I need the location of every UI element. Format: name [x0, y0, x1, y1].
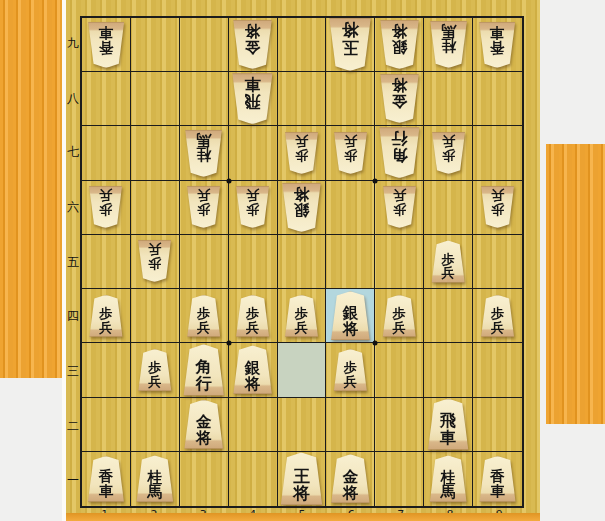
square-4三[interactable]: 銀将	[229, 343, 278, 397]
shogi-piece-香車-gote[interactable]: 香車	[87, 456, 125, 502]
shogi-piece-歩兵-sente-rotated[interactable]: 歩兵	[382, 186, 417, 228]
piece-kanji: 兵	[197, 321, 210, 335]
piece-kanji: 将	[245, 376, 261, 392]
piece-kanji: 馬	[196, 132, 211, 147]
shogi-piece-歩兵-sente-rotated[interactable]: 歩兵	[235, 186, 270, 228]
square-8九[interactable]: 桂馬	[424, 18, 473, 72]
piece-face: 歩兵	[480, 295, 515, 337]
piece-face: 歩兵	[137, 349, 172, 391]
piece-kanji: 飛	[245, 93, 261, 110]
square-1九[interactable]: 香車	[82, 18, 131, 72]
square-7九[interactable]: 銀将	[375, 18, 424, 72]
piece-kanji: 兵	[393, 321, 406, 335]
piece-face: 歩兵	[88, 295, 123, 337]
shogi-piece-歩兵-sente-rotated[interactable]: 歩兵	[284, 132, 319, 174]
shogi-piece-歩兵-gote[interactable]: 歩兵	[235, 295, 270, 337]
piece-kanji: 兵	[442, 266, 455, 280]
piece-kanji: 香	[490, 469, 504, 484]
piece-kanji: 歩	[393, 202, 406, 216]
left-wood-panel	[0, 0, 62, 378]
square-8三[interactable]	[424, 343, 473, 397]
piece-face: 角行	[182, 344, 225, 395]
shogi-piece-金将-gote[interactable]: 金将	[330, 454, 371, 503]
shogi-piece-銀将-sente-rotated[interactable]: 銀将	[281, 183, 322, 232]
piece-kanji: 兵	[148, 375, 161, 389]
piece-kanji: 歩	[491, 307, 504, 321]
piece-kanji: 角	[391, 147, 407, 164]
square-9六[interactable]: 歩兵	[473, 181, 522, 235]
piece-kanji: 兵	[99, 321, 112, 335]
piece-kanji: 歩	[295, 148, 308, 162]
piece-kanji: 将	[245, 23, 261, 39]
square-5三[interactable]	[278, 343, 327, 397]
piece-kanji: 兵	[295, 321, 308, 335]
piece-face: 歩兵	[480, 186, 515, 228]
piece-face: 飛車	[231, 73, 274, 124]
square-5四[interactable]: 歩兵	[278, 289, 327, 343]
piece-face: 歩兵	[284, 295, 319, 337]
shogi-piece-歩兵-gote[interactable]: 歩兵	[333, 349, 368, 391]
square-4六[interactable]: 歩兵	[229, 181, 278, 235]
piece-face: 歩兵	[284, 132, 319, 174]
piece-kanji: 銀	[245, 360, 261, 376]
piece-kanji: 車	[99, 484, 113, 499]
piece-kanji: 将	[196, 430, 212, 446]
shogi-piece-歩兵-sente-rotated[interactable]: 歩兵	[480, 186, 515, 228]
square-9四[interactable]: 歩兵	[473, 289, 522, 343]
square-4五[interactable]	[229, 235, 278, 289]
square-9七[interactable]	[473, 126, 522, 180]
rank-label-八: 八	[66, 71, 80, 126]
hoshi-dot	[373, 341, 378, 346]
piece-face: 歩兵	[235, 295, 270, 337]
piece-kanji: 車	[245, 76, 261, 93]
rank-label-四: 四	[66, 289, 80, 344]
square-3六[interactable]: 歩兵	[180, 181, 229, 235]
piece-kanji: 銀	[343, 305, 359, 321]
piece-face: 香車	[478, 456, 516, 502]
square-4二[interactable]	[229, 398, 278, 452]
piece-face: 歩兵	[333, 132, 368, 174]
piece-kanji: 馬	[441, 484, 456, 499]
piece-kanji: 兵	[344, 375, 357, 389]
square-7八[interactable]: 金将	[375, 72, 424, 126]
square-9三[interactable]	[473, 343, 522, 397]
square-7六[interactable]: 歩兵	[375, 181, 424, 235]
square-2七[interactable]	[131, 126, 180, 180]
right-wood-panel	[546, 144, 605, 424]
square-2八[interactable]	[131, 72, 180, 126]
shogi-piece-歩兵-sente-rotated[interactable]: 歩兵	[186, 186, 221, 228]
shogi-piece-角行-gote[interactable]: 角行	[182, 344, 225, 395]
shogi-board-widget: 九八七六五四三二一 香車金将玉将銀将桂馬香車飛車金将桂馬歩兵歩兵角行歩兵歩兵歩兵…	[62, 0, 540, 521]
square-7四[interactable]: 歩兵	[375, 289, 424, 343]
piece-kanji: 桂	[147, 469, 162, 484]
shogi-piece-銀将-sente-rotated[interactable]: 銀将	[379, 20, 420, 69]
square-5二[interactable]	[278, 398, 327, 452]
piece-kanji: 玉	[342, 38, 359, 55]
shogi-piece-香車-gote[interactable]: 香車	[478, 456, 516, 502]
piece-kanji: 金	[196, 414, 212, 430]
piece-kanji: 銀	[392, 39, 408, 55]
shogi-piece-銀将-gote[interactable]: 銀将	[330, 291, 371, 340]
piece-kanji: 歩	[197, 202, 210, 216]
piece-face: 銀将	[379, 20, 420, 69]
piece-kanji: 歩	[442, 253, 455, 267]
square-6六[interactable]	[326, 181, 375, 235]
piece-kanji: 将	[392, 23, 408, 39]
square-8六[interactable]	[424, 181, 473, 235]
piece-kanji: 歩	[197, 307, 210, 321]
square-9二[interactable]	[473, 398, 522, 452]
piece-face: 飛車	[427, 399, 470, 450]
piece-face: 歩兵	[186, 186, 221, 228]
piece-face: 桂馬	[184, 130, 223, 177]
piece-kanji: 歩	[344, 148, 357, 162]
square-4四[interactable]: 歩兵	[229, 289, 278, 343]
square-3一[interactable]	[180, 452, 229, 506]
square-8二[interactable]: 飛車	[424, 398, 473, 452]
piece-kanji: 兵	[246, 189, 259, 203]
hoshi-dot	[226, 178, 231, 183]
piece-kanji: 歩	[148, 361, 161, 375]
square-6三[interactable]: 歩兵	[326, 343, 375, 397]
piece-kanji: 兵	[148, 243, 161, 257]
square-1五[interactable]	[82, 235, 131, 289]
shogi-piece-歩兵-sente-rotated[interactable]: 歩兵	[137, 240, 172, 282]
shogi-piece-飛車-gote[interactable]: 飛車	[427, 399, 470, 450]
square-1一[interactable]: 香車	[82, 452, 131, 506]
piece-kanji: 歩	[246, 307, 259, 321]
square-7二[interactable]	[375, 398, 424, 452]
shogi-piece-銀将-gote[interactable]: 銀将	[232, 345, 273, 394]
square-1七[interactable]	[82, 126, 131, 180]
square-2四[interactable]	[131, 289, 180, 343]
piece-face: 歩兵	[431, 132, 466, 174]
square-8一[interactable]: 桂馬	[424, 452, 473, 506]
square-1六[interactable]: 歩兵	[82, 181, 131, 235]
square-9五[interactable]	[473, 235, 522, 289]
piece-kanji: 将	[342, 21, 359, 38]
square-3五[interactable]	[180, 235, 229, 289]
square-5八[interactable]	[278, 72, 327, 126]
square-6四[interactable]: 銀将	[326, 289, 375, 343]
board-grid[interactable]: 香車金将玉将銀将桂馬香車飛車金将桂馬歩兵歩兵角行歩兵歩兵歩兵歩兵銀将歩兵歩兵歩兵…	[80, 16, 524, 508]
piece-kanji: 歩	[246, 202, 259, 216]
piece-face: 香車	[87, 22, 125, 68]
square-6一[interactable]: 金将	[326, 452, 375, 506]
piece-kanji: 歩	[99, 307, 112, 321]
piece-kanji: 金	[392, 93, 408, 109]
piece-kanji: 兵	[344, 134, 357, 148]
piece-face: 歩兵	[88, 186, 123, 228]
square-3二[interactable]: 金将	[180, 398, 229, 452]
shogi-piece-桂馬-gote[interactable]: 桂馬	[135, 455, 174, 502]
piece-face: 歩兵	[235, 186, 270, 228]
piece-kanji: 将	[294, 185, 310, 201]
piece-face: 歩兵	[333, 349, 368, 391]
square-5六[interactable]: 銀将	[278, 181, 327, 235]
piece-kanji: 歩	[344, 361, 357, 375]
shogi-piece-歩兵-gote[interactable]: 歩兵	[431, 240, 466, 282]
piece-face: 香車	[87, 456, 125, 502]
rank-label-一: 一	[66, 453, 80, 508]
square-5五[interactable]	[278, 235, 327, 289]
square-1四[interactable]: 歩兵	[82, 289, 131, 343]
piece-kanji: 歩	[148, 257, 161, 271]
square-2三[interactable]: 歩兵	[131, 343, 180, 397]
piece-face: 桂馬	[429, 21, 468, 68]
piece-face: 香車	[478, 22, 516, 68]
shogi-piece-桂馬-gote[interactable]: 桂馬	[429, 455, 468, 502]
piece-kanji: 将	[293, 485, 310, 502]
square-5七[interactable]: 歩兵	[278, 126, 327, 180]
square-5一[interactable]: 王将	[278, 452, 327, 506]
shogi-piece-桂馬-sente-rotated[interactable]: 桂馬	[184, 130, 223, 177]
shogi-piece-金将-gote[interactable]: 金将	[183, 400, 224, 449]
square-5九[interactable]	[278, 18, 327, 72]
square-9八[interactable]	[473, 72, 522, 126]
piece-face: 歩兵	[186, 295, 221, 337]
square-4九[interactable]: 金将	[229, 18, 278, 72]
shogi-piece-玉将-sente-rotated[interactable]: 玉将	[328, 18, 372, 71]
piece-kanji: 車	[490, 24, 504, 39]
square-4七[interactable]	[229, 126, 278, 180]
shogi-piece-歩兵-gote[interactable]: 歩兵	[137, 349, 172, 391]
rank-labels: 九八七六五四三二一	[66, 16, 80, 508]
shogi-piece-香車-sente-rotated[interactable]: 香車	[478, 22, 516, 68]
piece-face: 銀将	[232, 345, 273, 394]
piece-face: 金将	[183, 400, 224, 449]
square-9九[interactable]: 香車	[473, 18, 522, 72]
square-3三[interactable]: 角行	[180, 343, 229, 397]
piece-kanji: 兵	[197, 189, 210, 203]
square-3七[interactable]: 桂馬	[180, 126, 229, 180]
piece-kanji: 歩	[393, 307, 406, 321]
piece-kanji: 歩	[442, 148, 455, 162]
piece-face: 歩兵	[431, 240, 466, 282]
piece-kanji: 車	[99, 24, 113, 39]
piece-kanji: 兵	[393, 189, 406, 203]
piece-kanji: 歩	[295, 307, 308, 321]
square-7三[interactable]	[375, 343, 424, 397]
square-2二[interactable]	[131, 398, 180, 452]
square-6七[interactable]: 歩兵	[326, 126, 375, 180]
square-2九[interactable]	[131, 18, 180, 72]
shogi-piece-金将-sente-rotated[interactable]: 金将	[232, 20, 273, 69]
square-2五[interactable]: 歩兵	[131, 235, 180, 289]
shogi-piece-金将-sente-rotated[interactable]: 金将	[379, 74, 420, 123]
piece-kanji: 車	[440, 430, 456, 447]
shogi-piece-香車-sente-rotated[interactable]: 香車	[87, 22, 125, 68]
piece-face: 金将	[379, 74, 420, 123]
square-4一[interactable]	[229, 452, 278, 506]
square-1三[interactable]	[82, 343, 131, 397]
square-2六[interactable]	[131, 181, 180, 235]
shogi-piece-歩兵-gote[interactable]: 歩兵	[480, 295, 515, 337]
piece-kanji: 金	[245, 39, 261, 55]
piece-face: 角行	[378, 127, 421, 178]
square-2一[interactable]: 桂馬	[131, 452, 180, 506]
square-8四[interactable]	[424, 289, 473, 343]
piece-kanji: 香	[99, 469, 113, 484]
shogi-piece-歩兵-sente-rotated[interactable]: 歩兵	[333, 132, 368, 174]
square-3四[interactable]: 歩兵	[180, 289, 229, 343]
piece-kanji: 桂	[196, 148, 211, 163]
shogi-piece-歩兵-gote[interactable]: 歩兵	[382, 295, 417, 337]
piece-kanji: 桂	[441, 469, 456, 484]
piece-kanji: 兵	[295, 134, 308, 148]
piece-kanji: 歩	[491, 202, 504, 216]
piece-kanji: 馬	[147, 484, 162, 499]
board-bottom-edge	[66, 513, 540, 521]
rank-label-六: 六	[66, 180, 80, 235]
piece-face: 金将	[232, 20, 273, 69]
rank-label-九: 九	[66, 16, 80, 71]
rank-label-五: 五	[66, 235, 80, 290]
rank-label-七: 七	[66, 125, 80, 180]
square-1八[interactable]	[82, 72, 131, 126]
square-8七[interactable]: 歩兵	[424, 126, 473, 180]
piece-face: 金将	[330, 454, 371, 503]
piece-kanji: 兵	[491, 189, 504, 203]
square-6五[interactable]	[326, 235, 375, 289]
square-7一[interactable]	[375, 452, 424, 506]
shogi-piece-歩兵-gote[interactable]: 歩兵	[284, 295, 319, 337]
piece-kanji: 桂	[441, 39, 456, 54]
square-3九[interactable]	[180, 18, 229, 72]
shogi-piece-歩兵-sente-rotated[interactable]: 歩兵	[431, 132, 466, 174]
rank-label-二: 二	[66, 399, 80, 454]
shogi-piece-飛車-sente-rotated[interactable]: 飛車	[231, 73, 274, 124]
piece-face: 銀将	[330, 291, 371, 340]
piece-kanji: 兵	[99, 189, 112, 203]
square-3八[interactable]	[180, 72, 229, 126]
square-4八[interactable]: 飛車	[229, 72, 278, 126]
shogi-piece-歩兵-gote[interactable]: 歩兵	[88, 295, 123, 337]
piece-kanji: 兵	[491, 321, 504, 335]
piece-kanji: 兵	[442, 134, 455, 148]
piece-kanji: 歩	[99, 202, 112, 216]
piece-face: 桂馬	[429, 455, 468, 502]
piece-face: 銀将	[281, 183, 322, 232]
square-6九[interactable]: 玉将	[326, 18, 375, 72]
piece-kanji: 将	[392, 77, 408, 93]
piece-kanji: 将	[343, 485, 359, 501]
piece-kanji: 香	[99, 39, 113, 54]
piece-face: 王将	[279, 452, 323, 505]
piece-face: 桂馬	[135, 455, 174, 502]
piece-face: 玉将	[328, 18, 372, 71]
piece-kanji: 将	[343, 321, 359, 337]
rank-label-三: 三	[66, 344, 80, 399]
square-1二[interactable]	[82, 398, 131, 452]
piece-kanji: 行	[196, 376, 212, 393]
piece-kanji: 金	[343, 469, 359, 485]
shogi-piece-王将-gote[interactable]: 王将	[279, 452, 323, 505]
piece-kanji: 行	[391, 130, 407, 147]
piece-face: 歩兵	[137, 240, 172, 282]
shogi-piece-桂馬-sente-rotated[interactable]: 桂馬	[429, 21, 468, 68]
shogi-piece-歩兵-gote[interactable]: 歩兵	[186, 295, 221, 337]
square-6二[interactable]	[326, 398, 375, 452]
square-6八[interactable]	[326, 72, 375, 126]
square-7五[interactable]	[375, 235, 424, 289]
hoshi-dot	[226, 341, 231, 346]
shogi-piece-角行-sente-rotated[interactable]: 角行	[378, 127, 421, 178]
square-8八[interactable]	[424, 72, 473, 126]
square-7七[interactable]: 角行	[375, 126, 424, 180]
piece-face: 歩兵	[382, 295, 417, 337]
piece-kanji: 車	[490, 484, 504, 499]
shogi-piece-歩兵-sente-rotated[interactable]: 歩兵	[88, 186, 123, 228]
square-9一[interactable]: 香車	[473, 452, 522, 506]
piece-face: 歩兵	[382, 186, 417, 228]
piece-kanji: 馬	[441, 24, 456, 39]
hoshi-dot	[373, 178, 378, 183]
piece-kanji: 兵	[246, 321, 259, 335]
piece-kanji: 香	[490, 39, 504, 54]
square-8五[interactable]: 歩兵	[424, 235, 473, 289]
piece-kanji: 銀	[294, 202, 310, 218]
